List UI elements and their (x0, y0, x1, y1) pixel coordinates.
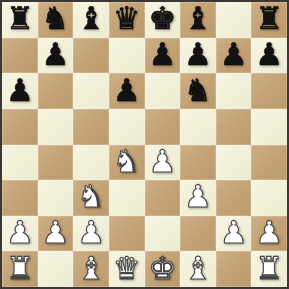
square-b2[interactable]: ♟ (38, 216, 74, 252)
white-rook-piece[interactable]: ♜ (6, 253, 34, 284)
square-g8[interactable] (216, 2, 252, 38)
square-f5[interactable] (180, 109, 216, 145)
square-f4[interactable] (180, 145, 216, 181)
square-g4[interactable] (216, 145, 252, 181)
square-g5[interactable] (216, 109, 252, 145)
square-d5[interactable] (109, 109, 145, 145)
square-a7[interactable] (2, 38, 38, 74)
square-c8[interactable]: ♝ (73, 2, 109, 38)
white-pawn-piece[interactable]: ♟ (6, 217, 34, 248)
square-e2[interactable] (145, 216, 181, 252)
black-king-piece[interactable]: ♚ (148, 3, 176, 34)
black-rook-piece[interactable]: ♜ (6, 3, 34, 34)
black-queen-piece[interactable]: ♛ (113, 3, 141, 34)
square-h8[interactable]: ♜ (251, 2, 287, 38)
square-h1[interactable]: ♜ (251, 251, 287, 287)
square-c5[interactable] (73, 109, 109, 145)
white-pawn-piece[interactable]: ♟ (184, 181, 212, 212)
square-f1[interactable]: ♝ (180, 251, 216, 287)
square-b6[interactable] (38, 73, 74, 109)
square-c3[interactable]: ♞ (73, 180, 109, 216)
square-b3[interactable] (38, 180, 74, 216)
square-a1[interactable]: ♜ (2, 251, 38, 287)
square-f3[interactable]: ♟ (180, 180, 216, 216)
square-a6[interactable]: ♟ (2, 73, 38, 109)
white-knight-piece[interactable]: ♞ (113, 146, 141, 177)
square-g2[interactable]: ♟ (216, 216, 252, 252)
square-f2[interactable] (180, 216, 216, 252)
white-pawn-piece[interactable]: ♟ (148, 146, 176, 177)
white-rook-piece[interactable]: ♜ (255, 253, 283, 284)
black-pawn-piece[interactable]: ♟ (113, 75, 141, 106)
black-pawn-piece[interactable]: ♟ (255, 39, 283, 70)
square-c2[interactable]: ♟ (73, 216, 109, 252)
chess-board: ♜♞♝♛♚♝♜♟♟♟♟♟♟♟♞♞♟♞♟♟♟♟♟♟♜♝♛♚♝♜ (0, 0, 289, 289)
black-rook-piece[interactable]: ♜ (255, 3, 283, 34)
square-c4[interactable] (73, 145, 109, 181)
square-e3[interactable] (145, 180, 181, 216)
square-b5[interactable] (38, 109, 74, 145)
square-d2[interactable] (109, 216, 145, 252)
white-pawn-piece[interactable]: ♟ (77, 217, 105, 248)
square-f7[interactable]: ♟ (180, 38, 216, 74)
square-h6[interactable] (251, 73, 287, 109)
square-e8[interactable]: ♚ (145, 2, 181, 38)
square-c1[interactable]: ♝ (73, 251, 109, 287)
square-b7[interactable]: ♟ (38, 38, 74, 74)
square-c7[interactable] (73, 38, 109, 74)
white-knight-piece[interactable]: ♞ (77, 181, 105, 212)
square-e1[interactable]: ♚ (145, 251, 181, 287)
square-e6[interactable] (145, 73, 181, 109)
black-pawn-piece[interactable]: ♟ (220, 39, 248, 70)
black-pawn-piece[interactable]: ♟ (42, 39, 70, 70)
square-f6[interactable]: ♞ (180, 73, 216, 109)
square-c6[interactable] (73, 73, 109, 109)
square-a4[interactable] (2, 145, 38, 181)
black-knight-piece[interactable]: ♞ (184, 75, 212, 106)
square-a2[interactable]: ♟ (2, 216, 38, 252)
square-b8[interactable]: ♞ (38, 2, 74, 38)
square-h5[interactable] (251, 109, 287, 145)
square-d4[interactable]: ♞ (109, 145, 145, 181)
square-e5[interactable] (145, 109, 181, 145)
square-h4[interactable] (251, 145, 287, 181)
square-g6[interactable] (216, 73, 252, 109)
white-pawn-piece[interactable]: ♟ (255, 217, 283, 248)
square-h2[interactable]: ♟ (251, 216, 287, 252)
square-d3[interactable] (109, 180, 145, 216)
square-g3[interactable] (216, 180, 252, 216)
square-g7[interactable]: ♟ (216, 38, 252, 74)
black-knight-piece[interactable]: ♞ (42, 3, 70, 34)
black-bishop-piece[interactable]: ♝ (77, 3, 105, 34)
square-a8[interactable]: ♜ (2, 2, 38, 38)
square-e7[interactable]: ♟ (145, 38, 181, 74)
square-g1[interactable] (216, 251, 252, 287)
square-h7[interactable]: ♟ (251, 38, 287, 74)
black-pawn-piece[interactable]: ♟ (184, 39, 212, 70)
black-pawn-piece[interactable]: ♟ (148, 39, 176, 70)
square-d7[interactable] (109, 38, 145, 74)
square-h3[interactable] (251, 180, 287, 216)
black-pawn-piece[interactable]: ♟ (6, 75, 34, 106)
square-d1[interactable]: ♛ (109, 251, 145, 287)
white-pawn-piece[interactable]: ♟ (220, 217, 248, 248)
white-queen-piece[interactable]: ♛ (113, 253, 141, 284)
square-d6[interactable]: ♟ (109, 73, 145, 109)
square-f8[interactable]: ♝ (180, 2, 216, 38)
square-a3[interactable] (2, 180, 38, 216)
square-d8[interactable]: ♛ (109, 2, 145, 38)
white-bishop-piece[interactable]: ♝ (77, 253, 105, 284)
square-a5[interactable] (2, 109, 38, 145)
white-bishop-piece[interactable]: ♝ (184, 253, 212, 284)
square-b4[interactable] (38, 145, 74, 181)
square-b1[interactable] (38, 251, 74, 287)
white-pawn-piece[interactable]: ♟ (42, 217, 70, 248)
black-bishop-piece[interactable]: ♝ (184, 3, 212, 34)
white-king-piece[interactable]: ♚ (148, 253, 176, 284)
square-e4[interactable]: ♟ (145, 145, 181, 181)
